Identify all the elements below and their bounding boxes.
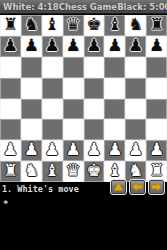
square-a5[interactable] bbox=[0, 78, 21, 99]
piece-black-rook: ♜ bbox=[149, 16, 164, 33]
square-e4[interactable] bbox=[84, 99, 105, 120]
black-clock: Black: 5:00 bbox=[117, 2, 167, 12]
right-arrow-icon bbox=[151, 182, 162, 192]
square-b5[interactable] bbox=[21, 78, 42, 99]
piece-white-pawn: ♟ bbox=[3, 141, 18, 158]
square-e2[interactable]: ♟ bbox=[84, 140, 105, 161]
piece-black-pawn: ♟ bbox=[3, 37, 18, 54]
move-list: * bbox=[3, 199, 8, 209]
piece-white-queen: ♛ bbox=[65, 162, 80, 179]
square-g6[interactable] bbox=[125, 57, 146, 78]
square-c8[interactable]: ♝ bbox=[42, 15, 63, 36]
square-b4[interactable] bbox=[21, 99, 42, 120]
square-e1[interactable]: ♚ bbox=[84, 161, 105, 182]
piece-white-king: ♚ bbox=[86, 162, 101, 179]
square-a7[interactable]: ♟ bbox=[0, 36, 21, 57]
chess-board: ♜♞♝♛♚♝♞♜♟♟♟♟♟♟♟♟♟♟♟♟♟♟♟♟♜♞♝♛♚♝♞♜ bbox=[0, 15, 167, 182]
square-f5[interactable] bbox=[104, 78, 125, 99]
square-e8[interactable]: ♚ bbox=[84, 15, 105, 36]
white-clock: White: 4:18 bbox=[3, 2, 59, 12]
piece-white-pawn: ♟ bbox=[65, 141, 80, 158]
chess-app: White: 4:18 Chess Game Black: 5:00 ♜♞♝♛♚… bbox=[0, 0, 167, 250]
title-bar: White: 4:18 Chess Game Black: 5:00 bbox=[0, 0, 167, 14]
square-h6[interactable] bbox=[146, 57, 167, 78]
square-c4[interactable] bbox=[42, 99, 63, 120]
piece-black-pawn: ♟ bbox=[149, 37, 164, 54]
square-a1[interactable]: ♜ bbox=[0, 161, 21, 182]
square-d2[interactable]: ♟ bbox=[63, 140, 84, 161]
square-d8[interactable]: ♛ bbox=[63, 15, 84, 36]
square-f8[interactable]: ♝ bbox=[104, 15, 125, 36]
move-status: 1. White's move bbox=[2, 184, 79, 194]
square-f2[interactable]: ♟ bbox=[104, 140, 125, 161]
up-arrow-icon bbox=[113, 182, 124, 192]
square-f4[interactable] bbox=[104, 99, 125, 120]
piece-black-pawn: ♟ bbox=[86, 37, 101, 54]
square-b8[interactable]: ♞ bbox=[21, 15, 42, 36]
square-c7[interactable]: ♟ bbox=[42, 36, 63, 57]
square-g5[interactable] bbox=[125, 78, 146, 99]
piece-black-pawn: ♟ bbox=[128, 37, 143, 54]
piece-white-pawn: ♟ bbox=[149, 141, 164, 158]
square-e7[interactable]: ♟ bbox=[84, 36, 105, 57]
square-e5[interactable] bbox=[84, 78, 105, 99]
square-c6[interactable] bbox=[42, 57, 63, 78]
square-f3[interactable] bbox=[104, 119, 125, 140]
piece-white-bishop: ♝ bbox=[107, 162, 122, 179]
piece-white-pawn: ♟ bbox=[107, 141, 122, 158]
square-f7[interactable]: ♟ bbox=[104, 36, 125, 57]
piece-white-pawn: ♟ bbox=[24, 141, 39, 158]
square-b1[interactable]: ♞ bbox=[21, 161, 42, 182]
square-h5[interactable] bbox=[146, 78, 167, 99]
piece-white-pawn: ♟ bbox=[86, 141, 101, 158]
square-b6[interactable] bbox=[21, 57, 42, 78]
square-c1[interactable]: ♝ bbox=[42, 161, 63, 182]
piece-white-rook: ♜ bbox=[149, 162, 164, 179]
square-d6[interactable] bbox=[63, 57, 84, 78]
square-d5[interactable] bbox=[63, 78, 84, 99]
square-c5[interactable] bbox=[42, 78, 63, 99]
square-g2[interactable]: ♟ bbox=[125, 140, 146, 161]
piece-white-pawn: ♟ bbox=[128, 141, 143, 158]
piece-white-bishop: ♝ bbox=[45, 162, 60, 179]
square-f6[interactable] bbox=[104, 57, 125, 78]
piece-black-rook: ♜ bbox=[3, 16, 18, 33]
piece-black-bishop: ♝ bbox=[107, 16, 122, 33]
piece-black-pawn: ♟ bbox=[45, 37, 60, 54]
piece-black-knight: ♞ bbox=[128, 16, 143, 33]
piece-black-king: ♚ bbox=[86, 16, 101, 33]
square-a6[interactable] bbox=[0, 57, 21, 78]
square-b7[interactable]: ♟ bbox=[21, 36, 42, 57]
left-arrow-icon bbox=[132, 182, 143, 192]
square-d4[interactable] bbox=[63, 99, 84, 120]
piece-black-pawn: ♟ bbox=[24, 37, 39, 54]
piece-white-pawn: ♟ bbox=[45, 141, 60, 158]
square-d7[interactable]: ♟ bbox=[63, 36, 84, 57]
square-a2[interactable]: ♟ bbox=[0, 140, 21, 161]
piece-black-knight: ♞ bbox=[24, 16, 39, 33]
status-bar: 1. White's move bbox=[0, 182, 167, 200]
square-e6[interactable] bbox=[84, 57, 105, 78]
square-h3[interactable] bbox=[146, 119, 167, 140]
square-g8[interactable]: ♞ bbox=[125, 15, 146, 36]
piece-black-bishop: ♝ bbox=[45, 16, 60, 33]
piece-black-pawn: ♟ bbox=[65, 37, 80, 54]
square-d1[interactable]: ♛ bbox=[63, 161, 84, 182]
square-h7[interactable]: ♟ bbox=[146, 36, 167, 57]
square-h4[interactable] bbox=[146, 99, 167, 120]
up-button[interactable] bbox=[110, 179, 127, 195]
square-a8[interactable]: ♜ bbox=[0, 15, 21, 36]
square-e3[interactable] bbox=[84, 119, 105, 140]
square-h2[interactable]: ♟ bbox=[146, 140, 167, 161]
piece-white-rook: ♜ bbox=[3, 162, 18, 179]
piece-white-knight: ♞ bbox=[128, 162, 143, 179]
square-h8[interactable]: ♜ bbox=[146, 15, 167, 36]
back-button[interactable] bbox=[129, 179, 146, 195]
square-a4[interactable] bbox=[0, 99, 21, 120]
piece-black-pawn: ♟ bbox=[107, 37, 122, 54]
square-d3[interactable] bbox=[63, 119, 84, 140]
forward-button[interactable] bbox=[148, 179, 165, 195]
square-g4[interactable] bbox=[125, 99, 146, 120]
piece-black-queen: ♛ bbox=[65, 16, 80, 33]
square-g7[interactable]: ♟ bbox=[125, 36, 146, 57]
piece-white-knight: ♞ bbox=[24, 162, 39, 179]
square-a3[interactable] bbox=[0, 119, 21, 140]
square-c3[interactable] bbox=[42, 119, 63, 140]
square-c2[interactable]: ♟ bbox=[42, 140, 63, 161]
square-g3[interactable] bbox=[125, 119, 146, 140]
square-b3[interactable] bbox=[21, 119, 42, 140]
square-b2[interactable]: ♟ bbox=[21, 140, 42, 161]
app-title: Chess Game bbox=[59, 2, 117, 12]
nav-buttons bbox=[110, 179, 165, 195]
